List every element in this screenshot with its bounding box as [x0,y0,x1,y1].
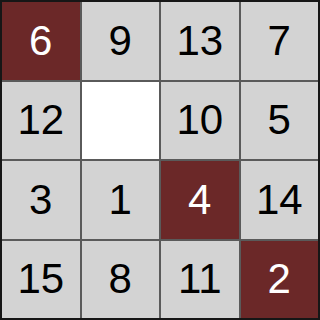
puzzle-tile-10[interactable]: 10 [161,82,239,160]
puzzle-tile-3[interactable]: 3 [2,161,80,239]
puzzle-tile-5[interactable]: 5 [241,82,319,160]
puzzle-tile-7[interactable]: 7 [241,2,319,80]
puzzle-tile-4[interactable]: 4 [161,161,239,239]
puzzle-tile-12[interactable]: 12 [2,82,80,160]
blank-cell [82,82,160,160]
puzzle-tile-6[interactable]: 6 [2,2,80,80]
puzzle-tile-11[interactable]: 11 [161,241,239,319]
puzzle-tile-14[interactable]: 14 [241,161,319,239]
puzzle-tile-8[interactable]: 8 [82,241,160,319]
puzzle-tile-2[interactable]: 2 [241,241,319,319]
puzzle-tile-15[interactable]: 15 [2,241,80,319]
fifteen-puzzle-board: 691371210531414158112 [0,0,320,320]
puzzle-tile-13[interactable]: 13 [161,2,239,80]
puzzle-tile-9[interactable]: 9 [82,2,160,80]
puzzle-tile-1[interactable]: 1 [82,161,160,239]
